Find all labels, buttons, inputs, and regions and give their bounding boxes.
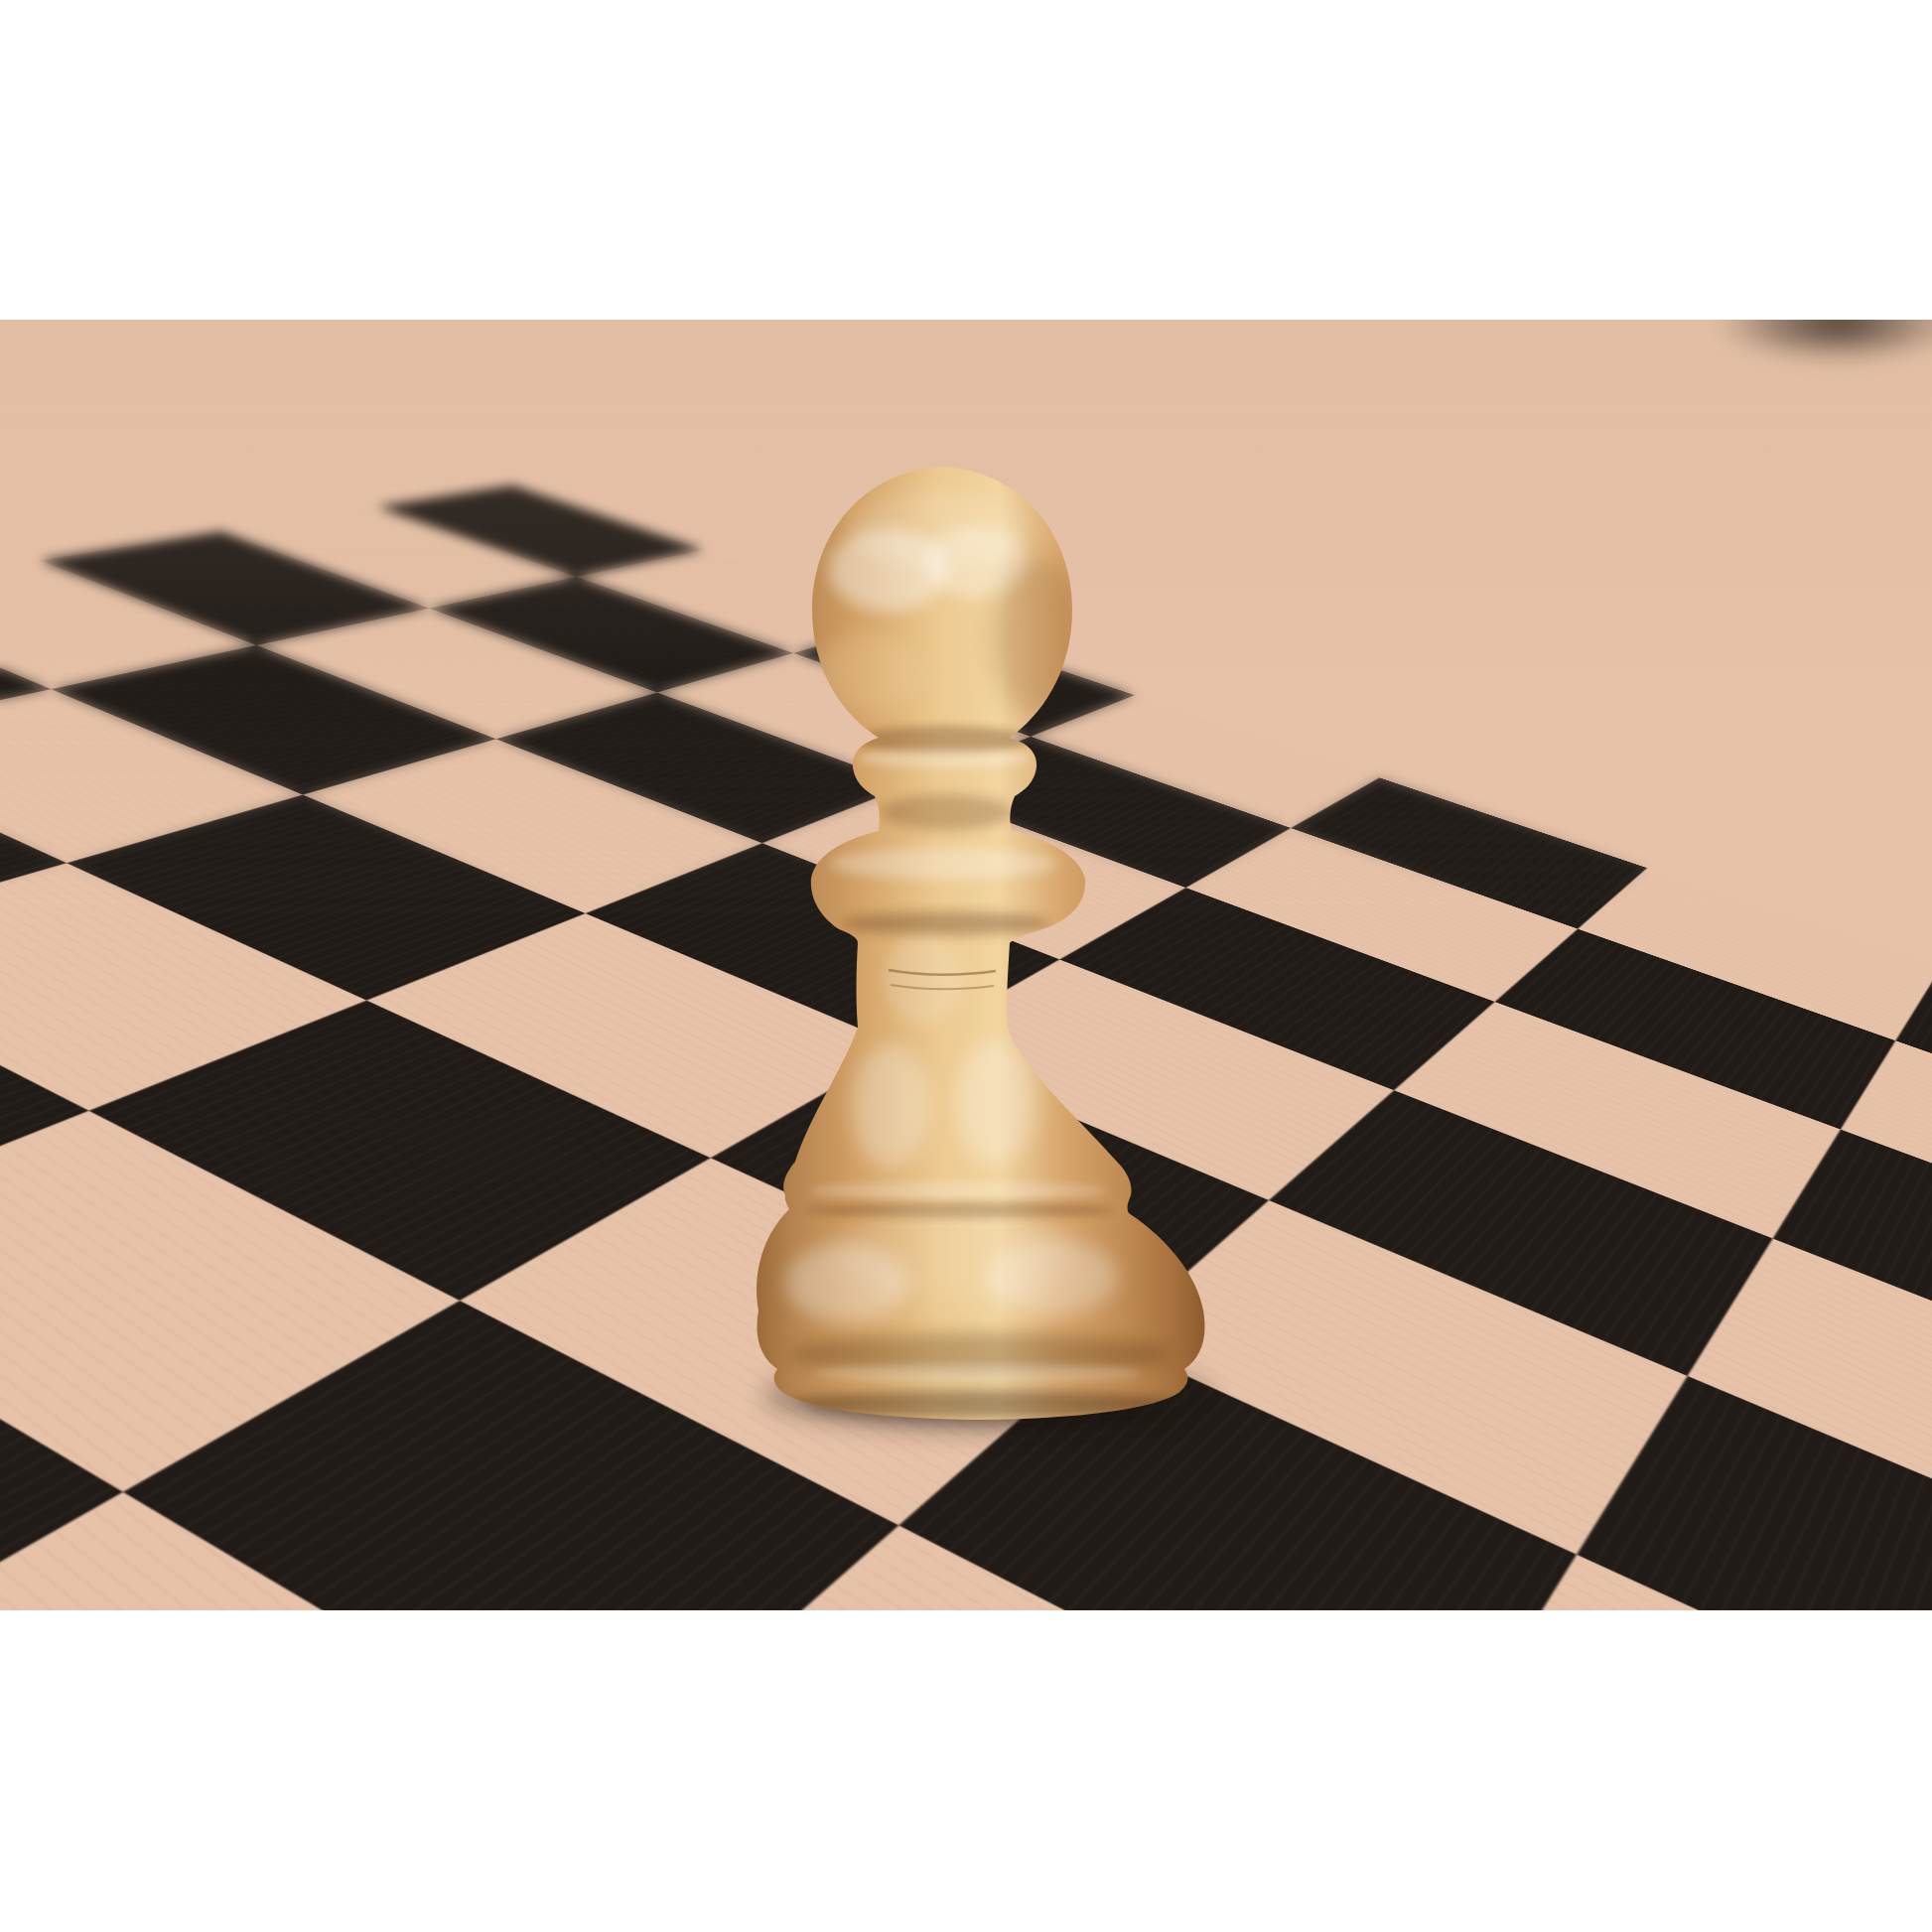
- ball-core-shadow: [992, 558, 1087, 717]
- bell-highlight-right: [954, 1040, 1037, 1164]
- board-photo: white pawn: [0, 320, 1932, 1610]
- collar-highlight: [829, 848, 1057, 880]
- letterbox-bottom: [0, 1610, 1932, 1932]
- white-pawn: white pawn: [740, 459, 1216, 1451]
- letterbox-top: [0, 0, 1932, 320]
- bell-highlight-left: [851, 1044, 930, 1168]
- collar-under-shadow: [842, 911, 1050, 935]
- rim-highlight: [814, 1364, 1142, 1382]
- neck-shadow: [881, 794, 1012, 830]
- page: { "game": "chess", "position": "8/8/8/8/…: [0, 0, 1932, 1932]
- lip-highlight: [809, 1181, 1107, 1199]
- bulge-highlight-left: [785, 1243, 908, 1322]
- ring-highlight: [857, 749, 1032, 768]
- stem-sheen: [884, 935, 963, 1025]
- bulge-highlight-right: [987, 1239, 1118, 1314]
- ball-bounce-light: [814, 632, 923, 712]
